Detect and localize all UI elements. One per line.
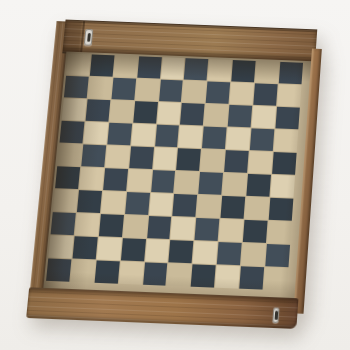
square-r8c4 (123, 215, 148, 238)
square-r9c5 (145, 239, 170, 262)
square-r7c4 (125, 192, 150, 215)
square-r1c4 (137, 56, 162, 78)
square-r8c3 (99, 214, 124, 237)
square-r5c1 (57, 143, 82, 166)
square-r10c10 (264, 267, 289, 290)
square-r9c9 (241, 243, 266, 266)
square-r3c3 (109, 100, 134, 122)
game-board (24, 19, 323, 329)
square-r4c8 (226, 127, 250, 150)
square-r1c3 (113, 55, 138, 77)
square-r6c4 (127, 169, 152, 192)
square-r2c7 (206, 81, 230, 103)
square-r4c9 (250, 128, 274, 151)
square-r4c10 (274, 129, 298, 152)
square-r5c2 (81, 144, 106, 167)
square-r8c8 (219, 219, 244, 242)
square-r9c2 (72, 236, 97, 259)
square-r10c1 (46, 258, 71, 281)
square-r10c5 (143, 262, 168, 285)
square-r6c5 (151, 170, 176, 193)
square-r1c7 (208, 59, 232, 81)
square-r5c8 (224, 150, 249, 173)
square-r3c2 (85, 99, 110, 121)
square-r6c3 (103, 168, 128, 191)
square-r3c9 (252, 106, 276, 129)
square-r1c8 (232, 60, 256, 82)
square-r10c2 (70, 259, 95, 282)
square-r9c8 (217, 242, 242, 265)
square-r2c10 (277, 84, 301, 106)
square-r2c6 (182, 81, 206, 103)
square-r2c8 (230, 82, 254, 104)
square-r4c6 (179, 126, 204, 149)
square-r1c1 (66, 54, 91, 76)
square-r5c10 (272, 152, 296, 175)
square-r5c7 (200, 149, 225, 172)
square-r6c10 (270, 175, 295, 198)
square-r7c6 (173, 194, 198, 217)
square-r2c5 (159, 80, 184, 102)
square-r4c1 (60, 121, 85, 144)
square-r9c6 (169, 240, 194, 263)
square-r5c9 (248, 151, 273, 174)
square-r8c6 (171, 217, 196, 240)
square-r5c5 (153, 147, 178, 170)
square-r3c10 (276, 107, 300, 130)
square-r3c6 (180, 103, 205, 125)
square-r5c4 (129, 146, 154, 169)
square-r10c4 (119, 261, 144, 284)
square-r10c3 (94, 260, 119, 283)
square-r10c6 (167, 263, 192, 286)
square-r9c10 (265, 244, 290, 267)
square-r8c1 (51, 212, 76, 235)
photo-background (0, 0, 350, 350)
square-r8c9 (243, 220, 268, 243)
square-r8c10 (267, 221, 292, 244)
checkerboard-grid (46, 54, 303, 291)
square-r10c9 (239, 266, 264, 289)
square-r10c8 (215, 265, 240, 288)
square-r4c4 (131, 124, 156, 147)
square-r7c10 (269, 198, 294, 221)
square-r9c4 (121, 238, 146, 261)
square-r9c3 (97, 237, 122, 260)
square-r10c7 (191, 264, 216, 287)
slot-hole (274, 311, 278, 320)
square-r2c4 (135, 79, 160, 101)
square-r6c2 (79, 167, 104, 190)
square-r9c7 (193, 241, 218, 264)
square-r7c7 (197, 195, 222, 218)
square-r7c2 (77, 190, 102, 213)
square-r1c6 (184, 58, 208, 80)
square-r3c4 (133, 101, 158, 123)
square-r5c6 (177, 148, 202, 171)
square-r7c1 (53, 189, 78, 212)
square-r7c5 (149, 193, 174, 216)
square-r4c2 (83, 122, 108, 145)
slot-hole (87, 33, 91, 42)
square-r2c9 (253, 83, 277, 105)
square-r3c7 (204, 104, 228, 126)
square-r1c5 (161, 57, 185, 79)
square-r5c3 (105, 145, 130, 168)
square-r7c9 (245, 197, 270, 220)
square-r8c5 (147, 216, 172, 239)
square-r8c7 (195, 218, 220, 241)
square-r1c2 (90, 54, 115, 76)
square-r3c8 (228, 105, 252, 128)
square-r3c5 (157, 102, 182, 124)
metal-slot-bottom-icon (272, 307, 279, 323)
square-r8c2 (75, 213, 100, 236)
square-r6c9 (247, 174, 272, 197)
square-r7c3 (101, 191, 126, 214)
square-r1c9 (255, 61, 279, 83)
square-r1c10 (279, 62, 303, 84)
square-r6c7 (199, 172, 224, 195)
square-r3c1 (62, 98, 87, 120)
square-r4c5 (155, 125, 180, 148)
square-r2c1 (64, 76, 89, 98)
square-r9c1 (48, 235, 73, 258)
square-r2c2 (88, 77, 113, 99)
metal-slot-top-icon (84, 29, 93, 46)
square-r6c8 (223, 173, 248, 196)
square-r2c3 (111, 78, 136, 100)
square-r4c7 (202, 126, 227, 149)
square-r7c8 (221, 196, 246, 219)
square-r6c1 (55, 166, 80, 189)
square-r6c6 (175, 171, 200, 194)
square-r4c3 (107, 123, 132, 146)
board-inner-field (43, 52, 311, 299)
